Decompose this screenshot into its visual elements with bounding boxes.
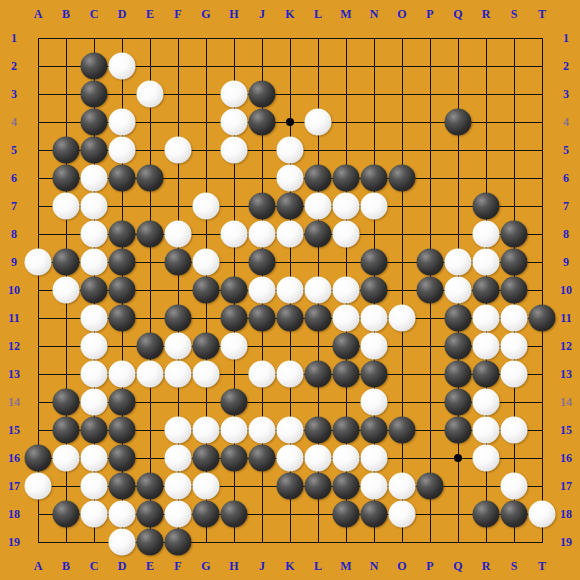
intersection-Q1[interactable] — [444, 24, 472, 52]
intersection-H19[interactable] — [220, 528, 248, 556]
intersection-H14[interactable] — [220, 388, 248, 416]
intersection-P3[interactable] — [416, 80, 444, 108]
intersection-G16[interactable] — [192, 444, 220, 472]
intersection-B11[interactable] — [52, 304, 80, 332]
intersection-B6[interactable] — [52, 164, 80, 192]
intersection-B15[interactable] — [52, 416, 80, 444]
intersection-J1[interactable] — [248, 24, 276, 52]
intersection-L19[interactable] — [304, 528, 332, 556]
intersection-B8[interactable] — [52, 220, 80, 248]
intersection-A7[interactable] — [24, 192, 52, 220]
intersection-E19[interactable] — [136, 528, 164, 556]
intersection-L9[interactable] — [304, 248, 332, 276]
intersection-S13[interactable] — [500, 360, 528, 388]
intersection-J16[interactable] — [248, 444, 276, 472]
intersection-G7[interactable] — [192, 192, 220, 220]
intersection-M1[interactable] — [332, 24, 360, 52]
intersection-J18[interactable] — [248, 500, 276, 528]
intersection-H4[interactable] — [220, 108, 248, 136]
intersection-R11[interactable] — [472, 304, 500, 332]
intersection-F17[interactable] — [164, 472, 192, 500]
intersection-F14[interactable] — [164, 388, 192, 416]
intersection-C4[interactable] — [80, 108, 108, 136]
intersection-S12[interactable] — [500, 332, 528, 360]
intersection-K10[interactable] — [276, 276, 304, 304]
intersection-G15[interactable] — [192, 416, 220, 444]
intersection-C5[interactable] — [80, 136, 108, 164]
intersection-S1[interactable] — [500, 24, 528, 52]
intersection-O16[interactable] — [388, 444, 416, 472]
intersection-J5[interactable] — [248, 136, 276, 164]
intersection-F6[interactable] — [164, 164, 192, 192]
intersection-G1[interactable] — [192, 24, 220, 52]
intersection-P8[interactable] — [416, 220, 444, 248]
intersection-B17[interactable] — [52, 472, 80, 500]
intersection-L18[interactable] — [304, 500, 332, 528]
intersection-C3[interactable] — [80, 80, 108, 108]
intersection-N18[interactable] — [360, 500, 388, 528]
intersection-N1[interactable] — [360, 24, 388, 52]
intersection-A9[interactable] — [24, 248, 52, 276]
intersection-E18[interactable] — [136, 500, 164, 528]
intersection-H3[interactable] — [220, 80, 248, 108]
intersection-T11[interactable] — [528, 304, 556, 332]
intersection-P6[interactable] — [416, 164, 444, 192]
intersection-G2[interactable] — [192, 52, 220, 80]
intersection-P10[interactable] — [416, 276, 444, 304]
intersection-T15[interactable] — [528, 416, 556, 444]
intersection-T4[interactable] — [528, 108, 556, 136]
intersection-K7[interactable] — [276, 192, 304, 220]
intersection-L2[interactable] — [304, 52, 332, 80]
intersection-N15[interactable] — [360, 416, 388, 444]
intersection-J4[interactable] — [248, 108, 276, 136]
intersection-F19[interactable] — [164, 528, 192, 556]
intersection-M17[interactable] — [332, 472, 360, 500]
intersection-H9[interactable] — [220, 248, 248, 276]
intersection-H8[interactable] — [220, 220, 248, 248]
intersection-M7[interactable] — [332, 192, 360, 220]
intersection-P15[interactable] — [416, 416, 444, 444]
intersection-C18[interactable] — [80, 500, 108, 528]
intersection-K15[interactable] — [276, 416, 304, 444]
intersection-G13[interactable] — [192, 360, 220, 388]
intersection-S7[interactable] — [500, 192, 528, 220]
intersection-R12[interactable] — [472, 332, 500, 360]
intersection-K4[interactable] — [276, 108, 304, 136]
intersection-C14[interactable] — [80, 388, 108, 416]
intersection-F13[interactable] — [164, 360, 192, 388]
intersection-T1[interactable] — [528, 24, 556, 52]
intersection-H11[interactable] — [220, 304, 248, 332]
intersection-S14[interactable] — [500, 388, 528, 416]
intersection-N14[interactable] — [360, 388, 388, 416]
intersection-E15[interactable] — [136, 416, 164, 444]
intersection-D3[interactable] — [108, 80, 136, 108]
intersection-S16[interactable] — [500, 444, 528, 472]
intersection-O7[interactable] — [388, 192, 416, 220]
intersection-B5[interactable] — [52, 136, 80, 164]
intersection-O17[interactable] — [388, 472, 416, 500]
intersection-S19[interactable] — [500, 528, 528, 556]
intersection-F10[interactable] — [164, 276, 192, 304]
intersection-T2[interactable] — [528, 52, 556, 80]
intersection-Q4[interactable] — [444, 108, 472, 136]
intersection-K5[interactable] — [276, 136, 304, 164]
intersection-Q18[interactable] — [444, 500, 472, 528]
intersection-A8[interactable] — [24, 220, 52, 248]
intersection-D11[interactable] — [108, 304, 136, 332]
intersection-K17[interactable] — [276, 472, 304, 500]
intersection-A10[interactable] — [24, 276, 52, 304]
intersection-F2[interactable] — [164, 52, 192, 80]
intersection-N17[interactable] — [360, 472, 388, 500]
intersection-Q17[interactable] — [444, 472, 472, 500]
intersection-Q9[interactable] — [444, 248, 472, 276]
intersection-J2[interactable] — [248, 52, 276, 80]
intersection-L10[interactable] — [304, 276, 332, 304]
intersection-Q3[interactable] — [444, 80, 472, 108]
intersection-M10[interactable] — [332, 276, 360, 304]
intersection-T16[interactable] — [528, 444, 556, 472]
intersection-O12[interactable] — [388, 332, 416, 360]
intersection-D6[interactable] — [108, 164, 136, 192]
intersection-J7[interactable] — [248, 192, 276, 220]
intersection-N10[interactable] — [360, 276, 388, 304]
intersection-D18[interactable] — [108, 500, 136, 528]
intersection-G3[interactable] — [192, 80, 220, 108]
intersection-N8[interactable] — [360, 220, 388, 248]
intersection-Q2[interactable] — [444, 52, 472, 80]
intersection-B16[interactable] — [52, 444, 80, 472]
intersection-A17[interactable] — [24, 472, 52, 500]
intersection-C7[interactable] — [80, 192, 108, 220]
intersection-M16[interactable] — [332, 444, 360, 472]
intersection-D8[interactable] — [108, 220, 136, 248]
intersection-T5[interactable] — [528, 136, 556, 164]
intersection-R13[interactable] — [472, 360, 500, 388]
intersection-B9[interactable] — [52, 248, 80, 276]
intersection-M18[interactable] — [332, 500, 360, 528]
intersection-K6[interactable] — [276, 164, 304, 192]
intersection-E9[interactable] — [136, 248, 164, 276]
intersection-K9[interactable] — [276, 248, 304, 276]
intersection-B4[interactable] — [52, 108, 80, 136]
intersection-B10[interactable] — [52, 276, 80, 304]
intersection-R9[interactable] — [472, 248, 500, 276]
intersection-Q6[interactable] — [444, 164, 472, 192]
intersection-T7[interactable] — [528, 192, 556, 220]
intersection-P1[interactable] — [416, 24, 444, 52]
intersection-N13[interactable] — [360, 360, 388, 388]
intersection-N2[interactable] — [360, 52, 388, 80]
intersection-N7[interactable] — [360, 192, 388, 220]
intersection-J12[interactable] — [248, 332, 276, 360]
intersection-C17[interactable] — [80, 472, 108, 500]
intersection-K16[interactable] — [276, 444, 304, 472]
intersection-L12[interactable] — [304, 332, 332, 360]
intersection-Q5[interactable] — [444, 136, 472, 164]
intersection-Q11[interactable] — [444, 304, 472, 332]
intersection-K1[interactable] — [276, 24, 304, 52]
intersection-P13[interactable] — [416, 360, 444, 388]
intersection-O13[interactable] — [388, 360, 416, 388]
intersection-M4[interactable] — [332, 108, 360, 136]
intersection-P11[interactable] — [416, 304, 444, 332]
intersection-G12[interactable] — [192, 332, 220, 360]
intersection-T13[interactable] — [528, 360, 556, 388]
intersection-A2[interactable] — [24, 52, 52, 80]
intersection-L1[interactable] — [304, 24, 332, 52]
intersection-B1[interactable] — [52, 24, 80, 52]
intersection-T6[interactable] — [528, 164, 556, 192]
intersection-R6[interactable] — [472, 164, 500, 192]
intersection-S3[interactable] — [500, 80, 528, 108]
intersection-E2[interactable] — [136, 52, 164, 80]
intersection-K18[interactable] — [276, 500, 304, 528]
intersection-O10[interactable] — [388, 276, 416, 304]
intersection-B2[interactable] — [52, 52, 80, 80]
intersection-T9[interactable] — [528, 248, 556, 276]
intersection-R16[interactable] — [472, 444, 500, 472]
intersection-L3[interactable] — [304, 80, 332, 108]
intersection-D17[interactable] — [108, 472, 136, 500]
intersection-G4[interactable] — [192, 108, 220, 136]
intersection-A12[interactable] — [24, 332, 52, 360]
intersection-F5[interactable] — [164, 136, 192, 164]
intersection-M3[interactable] — [332, 80, 360, 108]
intersection-P5[interactable] — [416, 136, 444, 164]
intersection-D10[interactable] — [108, 276, 136, 304]
intersection-F8[interactable] — [164, 220, 192, 248]
intersection-P19[interactable] — [416, 528, 444, 556]
intersection-R19[interactable] — [472, 528, 500, 556]
intersection-D2[interactable] — [108, 52, 136, 80]
intersection-E13[interactable] — [136, 360, 164, 388]
intersection-L8[interactable] — [304, 220, 332, 248]
intersection-R8[interactable] — [472, 220, 500, 248]
intersection-A11[interactable] — [24, 304, 52, 332]
intersection-P7[interactable] — [416, 192, 444, 220]
intersection-H5[interactable] — [220, 136, 248, 164]
intersection-T12[interactable] — [528, 332, 556, 360]
intersection-P16[interactable] — [416, 444, 444, 472]
intersection-M11[interactable] — [332, 304, 360, 332]
intersection-D13[interactable] — [108, 360, 136, 388]
intersection-T10[interactable] — [528, 276, 556, 304]
intersection-P2[interactable] — [416, 52, 444, 80]
intersection-K11[interactable] — [276, 304, 304, 332]
intersection-L5[interactable] — [304, 136, 332, 164]
intersection-G14[interactable] — [192, 388, 220, 416]
intersection-G10[interactable] — [192, 276, 220, 304]
intersection-S10[interactable] — [500, 276, 528, 304]
intersection-D14[interactable] — [108, 388, 136, 416]
intersection-B3[interactable] — [52, 80, 80, 108]
intersection-H13[interactable] — [220, 360, 248, 388]
intersection-N16[interactable] — [360, 444, 388, 472]
intersection-F9[interactable] — [164, 248, 192, 276]
intersection-J15[interactable] — [248, 416, 276, 444]
intersection-J13[interactable] — [248, 360, 276, 388]
intersection-H18[interactable] — [220, 500, 248, 528]
intersection-M12[interactable] — [332, 332, 360, 360]
intersection-K13[interactable] — [276, 360, 304, 388]
intersection-L14[interactable] — [304, 388, 332, 416]
intersection-S15[interactable] — [500, 416, 528, 444]
intersection-A6[interactable] — [24, 164, 52, 192]
intersection-F3[interactable] — [164, 80, 192, 108]
intersection-H1[interactable] — [220, 24, 248, 52]
intersection-S11[interactable] — [500, 304, 528, 332]
intersection-M2[interactable] — [332, 52, 360, 80]
intersection-F16[interactable] — [164, 444, 192, 472]
intersection-C9[interactable] — [80, 248, 108, 276]
intersection-R14[interactable] — [472, 388, 500, 416]
intersection-D15[interactable] — [108, 416, 136, 444]
intersection-J3[interactable] — [248, 80, 276, 108]
intersection-E6[interactable] — [136, 164, 164, 192]
intersection-O11[interactable] — [388, 304, 416, 332]
intersection-P9[interactable] — [416, 248, 444, 276]
intersection-Q12[interactable] — [444, 332, 472, 360]
intersection-C1[interactable] — [80, 24, 108, 52]
intersection-O1[interactable] — [388, 24, 416, 52]
intersection-Q7[interactable] — [444, 192, 472, 220]
intersection-L4[interactable] — [304, 108, 332, 136]
intersection-F4[interactable] — [164, 108, 192, 136]
intersection-F15[interactable] — [164, 416, 192, 444]
intersection-R5[interactable] — [472, 136, 500, 164]
intersection-O6[interactable] — [388, 164, 416, 192]
intersection-O5[interactable] — [388, 136, 416, 164]
intersection-H2[interactable] — [220, 52, 248, 80]
intersection-B13[interactable] — [52, 360, 80, 388]
intersection-C6[interactable] — [80, 164, 108, 192]
intersection-O4[interactable] — [388, 108, 416, 136]
intersection-D16[interactable] — [108, 444, 136, 472]
intersection-S9[interactable] — [500, 248, 528, 276]
intersection-J10[interactable] — [248, 276, 276, 304]
intersection-B18[interactable] — [52, 500, 80, 528]
intersection-H6[interactable] — [220, 164, 248, 192]
intersection-C2[interactable] — [80, 52, 108, 80]
intersection-J8[interactable] — [248, 220, 276, 248]
intersection-N3[interactable] — [360, 80, 388, 108]
intersection-L17[interactable] — [304, 472, 332, 500]
intersection-C19[interactable] — [80, 528, 108, 556]
intersection-P17[interactable] — [416, 472, 444, 500]
intersection-H16[interactable] — [220, 444, 248, 472]
intersection-G11[interactable] — [192, 304, 220, 332]
intersection-O18[interactable] — [388, 500, 416, 528]
intersection-K14[interactable] — [276, 388, 304, 416]
intersection-Q10[interactable] — [444, 276, 472, 304]
intersection-A15[interactable] — [24, 416, 52, 444]
intersection-O3[interactable] — [388, 80, 416, 108]
intersection-O9[interactable] — [388, 248, 416, 276]
intersection-C12[interactable] — [80, 332, 108, 360]
intersection-R3[interactable] — [472, 80, 500, 108]
intersection-D19[interactable] — [108, 528, 136, 556]
intersection-F18[interactable] — [164, 500, 192, 528]
intersection-C16[interactable] — [80, 444, 108, 472]
intersection-K19[interactable] — [276, 528, 304, 556]
intersection-H17[interactable] — [220, 472, 248, 500]
intersection-S2[interactable] — [500, 52, 528, 80]
intersection-K12[interactable] — [276, 332, 304, 360]
intersection-Q15[interactable] — [444, 416, 472, 444]
intersection-S18[interactable] — [500, 500, 528, 528]
intersection-G5[interactable] — [192, 136, 220, 164]
intersection-P12[interactable] — [416, 332, 444, 360]
intersection-L6[interactable] — [304, 164, 332, 192]
intersection-C13[interactable] — [80, 360, 108, 388]
intersection-E7[interactable] — [136, 192, 164, 220]
intersection-R1[interactable] — [472, 24, 500, 52]
intersection-D4[interactable] — [108, 108, 136, 136]
intersection-G9[interactable] — [192, 248, 220, 276]
intersection-K8[interactable] — [276, 220, 304, 248]
intersection-E12[interactable] — [136, 332, 164, 360]
intersection-G8[interactable] — [192, 220, 220, 248]
intersection-E8[interactable] — [136, 220, 164, 248]
intersection-H7[interactable] — [220, 192, 248, 220]
intersection-R17[interactable] — [472, 472, 500, 500]
intersection-T19[interactable] — [528, 528, 556, 556]
intersection-T18[interactable] — [528, 500, 556, 528]
intersection-B7[interactable] — [52, 192, 80, 220]
intersection-K2[interactable] — [276, 52, 304, 80]
intersection-A1[interactable] — [24, 24, 52, 52]
intersection-S4[interactable] — [500, 108, 528, 136]
intersection-D1[interactable] — [108, 24, 136, 52]
intersection-B14[interactable] — [52, 388, 80, 416]
intersection-Q14[interactable] — [444, 388, 472, 416]
intersection-G18[interactable] — [192, 500, 220, 528]
intersection-O15[interactable] — [388, 416, 416, 444]
intersection-J6[interactable] — [248, 164, 276, 192]
intersection-S6[interactable] — [500, 164, 528, 192]
intersection-E11[interactable] — [136, 304, 164, 332]
intersection-H15[interactable] — [220, 416, 248, 444]
intersection-A4[interactable] — [24, 108, 52, 136]
intersection-M9[interactable] — [332, 248, 360, 276]
intersection-A19[interactable] — [24, 528, 52, 556]
intersection-G17[interactable] — [192, 472, 220, 500]
intersection-D9[interactable] — [108, 248, 136, 276]
intersection-E17[interactable] — [136, 472, 164, 500]
intersection-D12[interactable] — [108, 332, 136, 360]
intersection-H12[interactable] — [220, 332, 248, 360]
intersection-O8[interactable] — [388, 220, 416, 248]
intersection-R10[interactable] — [472, 276, 500, 304]
intersection-Q13[interactable] — [444, 360, 472, 388]
intersection-E14[interactable] — [136, 388, 164, 416]
intersection-L13[interactable] — [304, 360, 332, 388]
intersection-R18[interactable] — [472, 500, 500, 528]
intersection-A16[interactable] — [24, 444, 52, 472]
intersection-T8[interactable] — [528, 220, 556, 248]
intersection-J19[interactable] — [248, 528, 276, 556]
intersection-M8[interactable] — [332, 220, 360, 248]
intersection-F7[interactable] — [164, 192, 192, 220]
intersection-J9[interactable] — [248, 248, 276, 276]
intersection-L16[interactable] — [304, 444, 332, 472]
intersection-E3[interactable] — [136, 80, 164, 108]
intersection-N9[interactable] — [360, 248, 388, 276]
intersection-F11[interactable] — [164, 304, 192, 332]
